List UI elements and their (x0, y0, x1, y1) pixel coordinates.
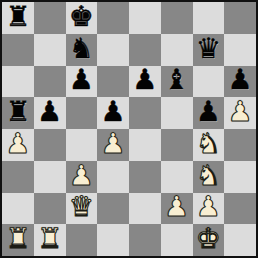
black-pawn[interactable]: ♟ (101, 98, 126, 126)
white-pawn[interactable]: ♟ (69, 162, 94, 190)
black-knight[interactable]: ♞ (69, 35, 94, 63)
black-pawn[interactable]: ♟ (132, 66, 157, 94)
black-rook[interactable]: ♜ (5, 3, 30, 31)
black-king[interactable]: ♚ (69, 3, 94, 31)
square-c3[interactable]: ♟ (66, 161, 98, 193)
square-a5[interactable]: ♜ (2, 97, 34, 129)
square-g7[interactable]: ♛ (193, 34, 225, 66)
square-e6[interactable]: ♟ (129, 66, 161, 98)
square-c2[interactable]: ♛ (66, 193, 98, 225)
square-f8[interactable] (161, 2, 193, 34)
square-d4[interactable]: ♟ (97, 129, 129, 161)
black-pawn[interactable]: ♟ (228, 66, 253, 94)
white-pawn[interactable]: ♟ (5, 130, 30, 158)
square-d2[interactable] (97, 193, 129, 225)
white-pawn[interactable]: ♟ (196, 193, 221, 221)
square-c5[interactable] (66, 97, 98, 129)
square-g6[interactable] (193, 66, 225, 98)
square-b1[interactable]: ♜ (34, 224, 66, 256)
white-knight[interactable]: ♞ (196, 130, 221, 158)
square-b4[interactable] (34, 129, 66, 161)
square-c7[interactable]: ♞ (66, 34, 98, 66)
square-g4[interactable]: ♞ (193, 129, 225, 161)
square-c1[interactable] (66, 224, 98, 256)
square-f5[interactable] (161, 97, 193, 129)
square-b3[interactable] (34, 161, 66, 193)
square-e7[interactable] (129, 34, 161, 66)
square-b2[interactable] (34, 193, 66, 225)
square-e1[interactable] (129, 224, 161, 256)
square-e5[interactable] (129, 97, 161, 129)
square-d3[interactable] (97, 161, 129, 193)
square-e3[interactable] (129, 161, 161, 193)
square-h3[interactable] (224, 161, 256, 193)
square-e8[interactable] (129, 2, 161, 34)
square-d1[interactable] (97, 224, 129, 256)
square-f6[interactable]: ♝ (161, 66, 193, 98)
square-e4[interactable] (129, 129, 161, 161)
black-pawn[interactable]: ♟ (69, 66, 94, 94)
white-rook[interactable]: ♜ (5, 225, 30, 253)
square-c8[interactable]: ♚ (66, 2, 98, 34)
white-pawn[interactable]: ♟ (164, 193, 189, 221)
square-b6[interactable] (34, 66, 66, 98)
chess-board: ♜♚♞♛♟♟♝♟♜♟♟♟♟♟♟♞♟♞♛♟♟♜♜♚ (2, 2, 256, 256)
square-a2[interactable] (2, 193, 34, 225)
square-d8[interactable] (97, 2, 129, 34)
black-rook[interactable]: ♜ (5, 98, 30, 126)
square-a4[interactable]: ♟ (2, 129, 34, 161)
white-pawn[interactable]: ♟ (101, 130, 126, 158)
black-queen[interactable]: ♛ (196, 35, 221, 63)
square-f2[interactable]: ♟ (161, 193, 193, 225)
square-a1[interactable]: ♜ (2, 224, 34, 256)
square-c4[interactable] (66, 129, 98, 161)
square-f4[interactable] (161, 129, 193, 161)
square-g3[interactable]: ♞ (193, 161, 225, 193)
square-f3[interactable] (161, 161, 193, 193)
square-g5[interactable]: ♟ (193, 97, 225, 129)
white-knight[interactable]: ♞ (196, 162, 221, 190)
square-h5[interactable]: ♟ (224, 97, 256, 129)
square-d7[interactable] (97, 34, 129, 66)
square-a3[interactable] (2, 161, 34, 193)
white-rook[interactable]: ♜ (37, 225, 62, 253)
square-h4[interactable] (224, 129, 256, 161)
square-h6[interactable]: ♟ (224, 66, 256, 98)
square-f7[interactable] (161, 34, 193, 66)
white-king[interactable]: ♚ (196, 225, 221, 253)
square-h8[interactable] (224, 2, 256, 34)
square-a6[interactable] (2, 66, 34, 98)
square-h7[interactable] (224, 34, 256, 66)
square-g2[interactable]: ♟ (193, 193, 225, 225)
white-queen[interactable]: ♛ (69, 193, 94, 221)
black-pawn[interactable]: ♟ (37, 98, 62, 126)
square-h1[interactable] (224, 224, 256, 256)
square-b5[interactable]: ♟ (34, 97, 66, 129)
black-pawn[interactable]: ♟ (196, 98, 221, 126)
square-a8[interactable]: ♜ (2, 2, 34, 34)
square-b7[interactable] (34, 34, 66, 66)
black-bishop[interactable]: ♝ (164, 66, 189, 94)
square-d6[interactable] (97, 66, 129, 98)
chess-board-frame: ♜♚♞♛♟♟♝♟♜♟♟♟♟♟♟♞♟♞♛♟♟♜♜♚ (0, 0, 258, 258)
square-f1[interactable] (161, 224, 193, 256)
square-a7[interactable] (2, 34, 34, 66)
square-g1[interactable]: ♚ (193, 224, 225, 256)
square-d5[interactable]: ♟ (97, 97, 129, 129)
square-e2[interactable] (129, 193, 161, 225)
square-c6[interactable]: ♟ (66, 66, 98, 98)
square-h2[interactable] (224, 193, 256, 225)
square-b8[interactable] (34, 2, 66, 34)
white-pawn[interactable]: ♟ (228, 98, 253, 126)
square-g8[interactable] (193, 2, 225, 34)
